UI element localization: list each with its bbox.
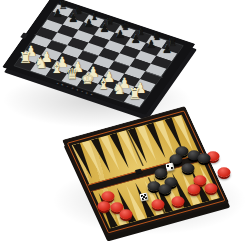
black-chess-piece[interactable]: ♟: [100, 24, 110, 35]
white-chess-piece[interactable]: ♜: [19, 51, 32, 66]
red-checker[interactable]: [172, 196, 185, 206]
white-chess-piece[interactable]: ♝: [50, 62, 63, 77]
white-chess-piece[interactable]: ♞: [34, 56, 47, 71]
black-chess-piece[interactable]: ♟: [115, 29, 125, 40]
red-checker[interactable]: [120, 209, 133, 219]
white-chess-piece[interactable]: ♞: [112, 82, 125, 97]
hinge-latch-clip: [135, 168, 143, 173]
black-checker[interactable]: [182, 163, 195, 173]
black-chess-piece[interactable]: ♟: [53, 9, 63, 20]
black-chess-piece[interactable]: ♟: [162, 45, 172, 56]
red-checker[interactable]: [102, 191, 115, 201]
red-checker[interactable]: [205, 183, 218, 193]
product-photo: a b c d e f g h ♜♞♝♛♚♝♞♜♟♟♟♟♟♟♟♟♟♟♟♟♟♟♟♟…: [0, 0, 245, 245]
red-checker[interactable]: [152, 199, 165, 209]
red-checker[interactable]: [98, 201, 111, 211]
black-checker[interactable]: [198, 153, 211, 163]
black-checker[interactable]: [159, 184, 172, 194]
black-chess-piece[interactable]: ♟: [69, 14, 79, 25]
white-chess-piece[interactable]: ♝: [97, 77, 110, 92]
chess-case-latch: [20, 33, 28, 39]
white-chess-piece[interactable]: ♜: [128, 88, 141, 103]
white-chess-piece[interactable]: ♚: [81, 72, 94, 87]
red-checker[interactable]: [194, 175, 207, 185]
black-chess-piece[interactable]: ♟: [131, 35, 141, 46]
red-checker[interactable]: [188, 184, 201, 194]
black-chess-piece[interactable]: ♟: [84, 19, 94, 30]
white-chess-piece[interactable]: ♛: [66, 67, 79, 82]
red-checker[interactable]: [218, 167, 231, 177]
black-chess-piece[interactable]: ♟: [147, 40, 157, 51]
